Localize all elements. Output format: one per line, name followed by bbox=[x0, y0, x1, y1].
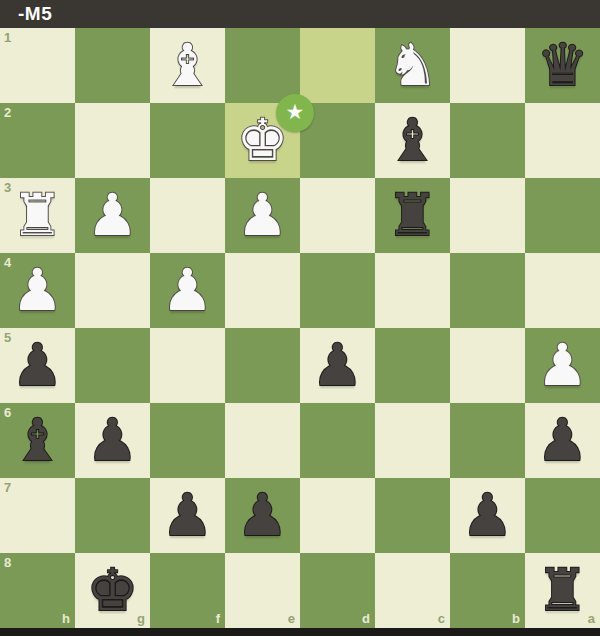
square-g6[interactable]: ♟ bbox=[75, 403, 150, 478]
white-pawn[interactable]: ♟ bbox=[150, 253, 225, 328]
square-g4[interactable] bbox=[75, 253, 150, 328]
file-label-d: d bbox=[362, 611, 370, 626]
square-a8[interactable]: a♜ bbox=[525, 553, 600, 628]
square-f5[interactable] bbox=[150, 328, 225, 403]
square-g3[interactable]: ♟ bbox=[75, 178, 150, 253]
square-c3[interactable]: ♜ bbox=[375, 178, 450, 253]
square-a7[interactable] bbox=[525, 478, 600, 553]
file-label-b: b bbox=[512, 611, 520, 626]
black-rook[interactable]: ♜ bbox=[525, 553, 600, 628]
white-bishop[interactable]: ♝ bbox=[150, 28, 225, 103]
chess-app-screen: -M5 1♝♞♛2♚♝3♜♟♟♜4♟♟5♟♟♟6♝♟♟7♟♟♟8hg♚fedcb… bbox=[0, 0, 600, 636]
rank-label-7: 7 bbox=[4, 480, 11, 495]
square-c8[interactable]: c bbox=[375, 553, 450, 628]
black-pawn[interactable]: ♟ bbox=[0, 328, 75, 403]
square-h3[interactable]: 3♜ bbox=[0, 178, 75, 253]
square-g5[interactable] bbox=[75, 328, 150, 403]
square-g8[interactable]: g♚ bbox=[75, 553, 150, 628]
square-b8[interactable]: b bbox=[450, 553, 525, 628]
square-h4[interactable]: 4♟ bbox=[0, 253, 75, 328]
square-a5[interactable]: ♟ bbox=[525, 328, 600, 403]
best-move-star-badge: ★ bbox=[276, 94, 314, 132]
square-f6[interactable] bbox=[150, 403, 225, 478]
square-e8[interactable]: e bbox=[225, 553, 300, 628]
square-a4[interactable] bbox=[525, 253, 600, 328]
black-pawn[interactable]: ♟ bbox=[525, 403, 600, 478]
white-pawn[interactable]: ♟ bbox=[225, 178, 300, 253]
square-c5[interactable] bbox=[375, 328, 450, 403]
square-d5[interactable]: ♟ bbox=[300, 328, 375, 403]
evaluation-score: -M5 bbox=[0, 3, 52, 25]
square-d1[interactable] bbox=[300, 28, 375, 103]
square-b5[interactable] bbox=[450, 328, 525, 403]
square-h8[interactable]: 8h bbox=[0, 553, 75, 628]
star-icon: ★ bbox=[286, 102, 305, 123]
square-h5[interactable]: 5♟ bbox=[0, 328, 75, 403]
black-pawn[interactable]: ♟ bbox=[150, 478, 225, 553]
square-f3[interactable] bbox=[150, 178, 225, 253]
rank-label-1: 1 bbox=[4, 30, 11, 45]
square-b2[interactable] bbox=[450, 103, 525, 178]
bottom-strip bbox=[0, 628, 600, 636]
square-f2[interactable] bbox=[150, 103, 225, 178]
black-king[interactable]: ♚ bbox=[75, 553, 150, 628]
square-a2[interactable] bbox=[525, 103, 600, 178]
file-label-f: f bbox=[216, 611, 220, 626]
square-b1[interactable] bbox=[450, 28, 525, 103]
rank-label-2: 2 bbox=[4, 105, 11, 120]
square-h7[interactable]: 7 bbox=[0, 478, 75, 553]
black-queen[interactable]: ♛ bbox=[525, 28, 600, 103]
square-g1[interactable] bbox=[75, 28, 150, 103]
white-knight[interactable]: ♞ bbox=[375, 28, 450, 103]
square-c6[interactable] bbox=[375, 403, 450, 478]
square-c1[interactable]: ♞ bbox=[375, 28, 450, 103]
square-h1[interactable]: 1 bbox=[0, 28, 75, 103]
square-b7[interactable]: ♟ bbox=[450, 478, 525, 553]
square-d8[interactable]: d bbox=[300, 553, 375, 628]
square-h6[interactable]: 6♝ bbox=[0, 403, 75, 478]
square-b3[interactable] bbox=[450, 178, 525, 253]
square-e3[interactable]: ♟ bbox=[225, 178, 300, 253]
square-d3[interactable] bbox=[300, 178, 375, 253]
white-pawn[interactable]: ♟ bbox=[0, 253, 75, 328]
square-f8[interactable]: f bbox=[150, 553, 225, 628]
square-a1[interactable]: ♛ bbox=[525, 28, 600, 103]
square-h2[interactable]: 2 bbox=[0, 103, 75, 178]
square-d4[interactable] bbox=[300, 253, 375, 328]
square-e1[interactable] bbox=[225, 28, 300, 103]
evaluation-bar: -M5 bbox=[0, 0, 600, 28]
square-e6[interactable] bbox=[225, 403, 300, 478]
black-bishop[interactable]: ♝ bbox=[0, 403, 75, 478]
square-g2[interactable] bbox=[75, 103, 150, 178]
file-label-c: c bbox=[438, 611, 445, 626]
white-pawn[interactable]: ♟ bbox=[75, 178, 150, 253]
black-pawn[interactable]: ♟ bbox=[75, 403, 150, 478]
square-c7[interactable] bbox=[375, 478, 450, 553]
square-b4[interactable] bbox=[450, 253, 525, 328]
white-pawn[interactable]: ♟ bbox=[525, 328, 600, 403]
square-c2[interactable]: ♝ bbox=[375, 103, 450, 178]
square-d7[interactable] bbox=[300, 478, 375, 553]
white-rook[interactable]: ♜ bbox=[0, 178, 75, 253]
square-d6[interactable] bbox=[300, 403, 375, 478]
square-f7[interactable]: ♟ bbox=[150, 478, 225, 553]
board-container: 1♝♞♛2♚♝3♜♟♟♜4♟♟5♟♟♟6♝♟♟7♟♟♟8hg♚fedcba♜ ★ bbox=[0, 28, 600, 628]
square-a3[interactable] bbox=[525, 178, 600, 253]
square-f4[interactable]: ♟ bbox=[150, 253, 225, 328]
rank-label-8: 8 bbox=[4, 555, 11, 570]
square-f1[interactable]: ♝ bbox=[150, 28, 225, 103]
black-bishop[interactable]: ♝ bbox=[375, 103, 450, 178]
square-c4[interactable] bbox=[375, 253, 450, 328]
black-rook[interactable]: ♜ bbox=[375, 178, 450, 253]
square-e5[interactable] bbox=[225, 328, 300, 403]
square-e7[interactable]: ♟ bbox=[225, 478, 300, 553]
file-label-h: h bbox=[62, 611, 70, 626]
square-g7[interactable] bbox=[75, 478, 150, 553]
square-a6[interactable]: ♟ bbox=[525, 403, 600, 478]
file-label-e: e bbox=[288, 611, 295, 626]
square-e4[interactable] bbox=[225, 253, 300, 328]
black-pawn[interactable]: ♟ bbox=[225, 478, 300, 553]
black-pawn[interactable]: ♟ bbox=[450, 478, 525, 553]
black-pawn[interactable]: ♟ bbox=[300, 328, 375, 403]
square-b6[interactable] bbox=[450, 403, 525, 478]
